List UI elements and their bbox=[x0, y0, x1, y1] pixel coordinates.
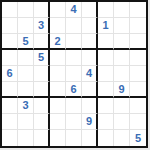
sudoku-cell-r6c4[interactable] bbox=[50, 82, 66, 98]
sudoku-cell-r6c5[interactable]: 6 bbox=[66, 82, 82, 98]
sudoku-cell-r3c4[interactable]: 2 bbox=[50, 34, 66, 50]
sudoku-cell-r5c9[interactable] bbox=[130, 66, 146, 82]
sudoku-cell-r4c2[interactable] bbox=[18, 50, 34, 66]
sudoku-cell-r9c8[interactable] bbox=[114, 130, 130, 146]
sudoku-cell-r4c7[interactable] bbox=[98, 50, 114, 66]
sudoku-cell-r2c9[interactable] bbox=[130, 18, 146, 34]
sudoku-cell-r5c5[interactable] bbox=[66, 66, 82, 82]
sudoku-cell-r1c4[interactable] bbox=[50, 2, 66, 18]
sudoku-cell-r4c5[interactable] bbox=[66, 50, 82, 66]
sudoku-cell-r5c3[interactable] bbox=[34, 66, 50, 82]
sudoku-cell-r5c2[interactable] bbox=[18, 66, 34, 82]
sudoku-cell-r3c2[interactable]: 5 bbox=[18, 34, 34, 50]
sudoku-cell-r4c6[interactable] bbox=[82, 50, 98, 66]
sudoku-cell-r7c7[interactable] bbox=[98, 98, 114, 114]
sudoku-cell-r2c7[interactable]: 1 bbox=[98, 18, 114, 34]
sudoku-cell-r1c8[interactable] bbox=[114, 2, 130, 18]
sudoku-cell-r4c4[interactable] bbox=[50, 50, 66, 66]
sudoku-cell-r2c3[interactable]: 3 bbox=[34, 18, 50, 34]
sudoku-cell-r6c3[interactable] bbox=[34, 82, 50, 98]
sudoku-cell-r3c5[interactable] bbox=[66, 34, 82, 50]
sudoku-cell-r8c7[interactable] bbox=[98, 114, 114, 130]
sudoku-cell-r2c1[interactable] bbox=[2, 18, 18, 34]
sudoku-cell-r4c1[interactable] bbox=[2, 50, 18, 66]
sudoku-cell-r5c6[interactable]: 4 bbox=[82, 66, 98, 82]
sudoku-cell-r8c8[interactable] bbox=[114, 114, 130, 130]
sudoku-cell-r9c3[interactable] bbox=[34, 130, 50, 146]
sudoku-cell-r9c1[interactable] bbox=[2, 130, 18, 146]
sudoku-cell-r8c4[interactable] bbox=[50, 114, 66, 130]
sudoku-cell-r9c6[interactable] bbox=[82, 130, 98, 146]
sudoku-cell-r8c5[interactable] bbox=[66, 114, 82, 130]
sudoku-cell-r6c1[interactable] bbox=[2, 82, 18, 98]
sudoku-cell-r1c3[interactable] bbox=[34, 2, 50, 18]
sudoku-cell-r6c6[interactable] bbox=[82, 82, 98, 98]
sudoku-board: 4315256469395 bbox=[0, 0, 148, 148]
sudoku-cell-r6c2[interactable] bbox=[18, 82, 34, 98]
sudoku-cell-r8c3[interactable] bbox=[34, 114, 50, 130]
sudoku-cell-r1c7[interactable] bbox=[98, 2, 114, 18]
sudoku-cell-r5c7[interactable] bbox=[98, 66, 114, 82]
sudoku-cell-r7c1[interactable] bbox=[2, 98, 18, 114]
sudoku-cell-r5c4[interactable] bbox=[50, 66, 66, 82]
sudoku-cell-r9c7[interactable] bbox=[98, 130, 114, 146]
sudoku-cell-r2c2[interactable] bbox=[18, 18, 34, 34]
sudoku-cell-r2c6[interactable] bbox=[82, 18, 98, 34]
sudoku-cell-r3c9[interactable] bbox=[130, 34, 146, 50]
sudoku-cell-r2c8[interactable] bbox=[114, 18, 130, 34]
sudoku-cell-r7c6[interactable] bbox=[82, 98, 98, 114]
sudoku-cell-r1c6[interactable] bbox=[82, 2, 98, 18]
sudoku-cell-r5c1[interactable]: 6 bbox=[2, 66, 18, 82]
sudoku-cell-r6c7[interactable] bbox=[98, 82, 114, 98]
sudoku-cell-r1c2[interactable] bbox=[18, 2, 34, 18]
sudoku-cell-r7c4[interactable] bbox=[50, 98, 66, 114]
sudoku-cell-r4c9[interactable] bbox=[130, 50, 146, 66]
sudoku-cell-r1c9[interactable] bbox=[130, 2, 146, 18]
sudoku-cell-r6c9[interactable] bbox=[130, 82, 146, 98]
sudoku-cell-r8c1[interactable] bbox=[2, 114, 18, 130]
sudoku-cell-r9c2[interactable] bbox=[18, 130, 34, 146]
sudoku-cell-r8c6[interactable]: 9 bbox=[82, 114, 98, 130]
sudoku-cell-r9c5[interactable] bbox=[66, 130, 82, 146]
sudoku-cell-r4c3[interactable]: 5 bbox=[34, 50, 50, 66]
sudoku-cell-r9c9[interactable]: 5 bbox=[130, 130, 146, 146]
sudoku-cell-r1c5[interactable]: 4 bbox=[66, 2, 82, 18]
sudoku-cell-r3c7[interactable] bbox=[98, 34, 114, 50]
sudoku-cell-r3c1[interactable] bbox=[2, 34, 18, 50]
sudoku-cell-r1c1[interactable] bbox=[2, 2, 18, 18]
sudoku-cell-r7c9[interactable] bbox=[130, 98, 146, 114]
sudoku-cell-r4c8[interactable] bbox=[114, 50, 130, 66]
sudoku-cell-r8c2[interactable] bbox=[18, 114, 34, 130]
sudoku-cell-r3c8[interactable] bbox=[114, 34, 130, 50]
sudoku-cell-r2c5[interactable] bbox=[66, 18, 82, 34]
sudoku-cell-r2c4[interactable] bbox=[50, 18, 66, 34]
sudoku-cell-r7c3[interactable] bbox=[34, 98, 50, 114]
sudoku-cell-r3c3[interactable] bbox=[34, 34, 50, 50]
sudoku-cell-r8c9[interactable] bbox=[130, 114, 146, 130]
sudoku-cell-r5c8[interactable] bbox=[114, 66, 130, 82]
sudoku-cell-r3c6[interactable] bbox=[82, 34, 98, 50]
sudoku-cell-r7c8[interactable] bbox=[114, 98, 130, 114]
sudoku-cell-r6c8[interactable]: 9 bbox=[114, 82, 130, 98]
sudoku-cell-r7c2[interactable]: 3 bbox=[18, 98, 34, 114]
sudoku-cell-r7c5[interactable] bbox=[66, 98, 82, 114]
sudoku-cell-r9c4[interactable] bbox=[50, 130, 66, 146]
